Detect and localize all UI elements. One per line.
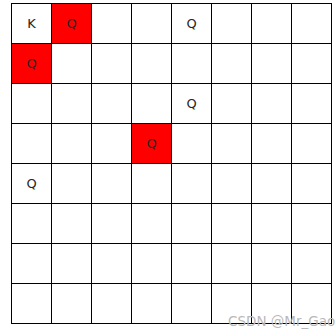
board-cell-r1c2: [92, 44, 132, 84]
board-cell-r0c3: [132, 4, 172, 44]
board-cell-r0c7: [292, 4, 332, 44]
board-cell-r7c4: [172, 284, 212, 324]
board-cell-r1c7: [292, 44, 332, 84]
board-cell-r5c5: [212, 204, 252, 244]
board-cell-r2c3: [132, 84, 172, 124]
board-cell-r6c4: [172, 244, 212, 284]
board-cell-r4c4: [172, 164, 212, 204]
board-cell-r3c5: [212, 124, 252, 164]
board: KQQQQQQ: [11, 3, 332, 324]
queen-label: Q: [66, 17, 76, 30]
board-cell-r5c4: [172, 204, 212, 244]
board-cell-r1c1: [52, 44, 92, 84]
board-cell-r1c3: [132, 44, 172, 84]
board-cell-r3c0: [12, 124, 52, 164]
board-cell-r4c0: Q: [12, 164, 52, 204]
board-cell-r3c4: [172, 124, 212, 164]
board-cell-r7c1: [52, 284, 92, 324]
board-cell-r6c6: [252, 244, 292, 284]
board-cell-r7c2: [92, 284, 132, 324]
board-cell-r2c6: [252, 84, 292, 124]
board-cell-r2c0: [12, 84, 52, 124]
board-cell-r0c5: [212, 4, 252, 44]
board-cell-r0c4: Q: [172, 4, 212, 44]
board-cell-r6c5: [212, 244, 252, 284]
board-cell-r3c2: [92, 124, 132, 164]
board-cell-r7c3: [132, 284, 172, 324]
board-cell-r0c0: K: [12, 4, 52, 44]
queen-label: Q: [146, 137, 156, 150]
board-cell-r5c1: [52, 204, 92, 244]
board-cell-r3c7: [292, 124, 332, 164]
board-cell-r3c3: Q: [132, 124, 172, 164]
board-cell-r4c1: [52, 164, 92, 204]
board-cell-r5c2: [92, 204, 132, 244]
board-cell-r5c6: [252, 204, 292, 244]
board-cell-r2c4: Q: [172, 84, 212, 124]
board-cell-r3c1: [52, 124, 92, 164]
board-cell-r4c3: [132, 164, 172, 204]
board-cell-r4c6: [252, 164, 292, 204]
board-cell-r5c3: [132, 204, 172, 244]
board-cell-r2c2: [92, 84, 132, 124]
board-cell-r4c2: [92, 164, 132, 204]
board-cell-r0c1: Q: [52, 4, 92, 44]
board-cell-r6c2: [92, 244, 132, 284]
queen-label: Q: [26, 177, 36, 190]
board-cell-r1c0: Q: [12, 44, 52, 84]
board-cell-r7c0: [12, 284, 52, 324]
board-cell-r3c6: [252, 124, 292, 164]
board-cell-r6c3: [132, 244, 172, 284]
board-cell-r2c7: [292, 84, 332, 124]
board-cell-r1c6: [252, 44, 292, 84]
puzzle-figure: KQQQQQQ CSDN @Mr_Gao: [0, 0, 336, 336]
board-cell-r5c0: [12, 204, 52, 244]
queen-label: Q: [26, 57, 36, 70]
board-cell-r2c5: [212, 84, 252, 124]
board-cell-r1c4: [172, 44, 212, 84]
board-cell-r6c7: [292, 244, 332, 284]
board-cell-r6c0: [12, 244, 52, 284]
board-cell-r4c7: [292, 164, 332, 204]
king-label: K: [27, 17, 36, 30]
board-cell-r2c1: [52, 84, 92, 124]
board-cell-r4c5: [212, 164, 252, 204]
board-cell-r6c1: [52, 244, 92, 284]
board-cell-r5c7: [292, 204, 332, 244]
board-cell-r0c6: [252, 4, 292, 44]
watermark: CSDN @Mr_Gao: [228, 313, 335, 329]
board-cell-r0c2: [92, 4, 132, 44]
queen-label: Q: [186, 97, 196, 110]
queen-label: Q: [186, 17, 196, 30]
board-cell-r1c5: [212, 44, 252, 84]
